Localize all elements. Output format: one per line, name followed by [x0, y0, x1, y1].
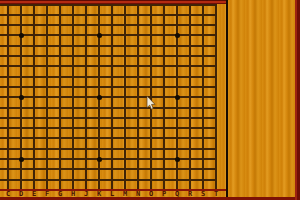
hoshi-star-point [175, 33, 180, 38]
grid-line-horizontal [0, 14, 217, 16]
grid-line-horizontal [0, 117, 217, 119]
hoshi-star-point [19, 157, 24, 162]
grid-line-horizontal [0, 4, 217, 6]
go-board[interactable] [0, 4, 226, 189]
mouse-cursor-icon [146, 96, 156, 115]
hoshi-star-point [97, 157, 102, 162]
hoshi-star-point [97, 33, 102, 38]
grid-line-horizontal [0, 137, 217, 139]
grid-line-horizontal [0, 24, 217, 26]
window-right-border [295, 0, 300, 200]
sidebar: ISG10 Go (c)1989-1993 PLAYER 00:00:00 CO… [228, 0, 296, 197]
grid-line-horizontal [0, 86, 217, 88]
grid-line-horizontal [0, 148, 217, 150]
grid-line-horizontal [0, 45, 217, 47]
grid-line-horizontal [0, 158, 217, 160]
grid-line-horizontal [0, 179, 217, 181]
grid-line-horizontal [0, 34, 217, 36]
grid-line-horizontal [0, 76, 217, 78]
window-bottom-border [0, 197, 300, 200]
grid-line-horizontal [0, 65, 217, 67]
grid-line-horizontal [0, 96, 217, 98]
hoshi-star-point [175, 157, 180, 162]
grid-line-horizontal [0, 168, 217, 170]
grid-line-horizontal [0, 127, 217, 129]
hoshi-star-point [19, 95, 24, 100]
go-app-window: CDEFGHJKLMNOPQRST ISG10 Go (c)1989-1993 … [0, 0, 300, 200]
hoshi-star-point [175, 95, 180, 100]
grid-line-horizontal [0, 55, 217, 57]
hoshi-star-point [97, 95, 102, 100]
hoshi-star-point [19, 33, 24, 38]
grid-line-horizontal [0, 107, 217, 109]
